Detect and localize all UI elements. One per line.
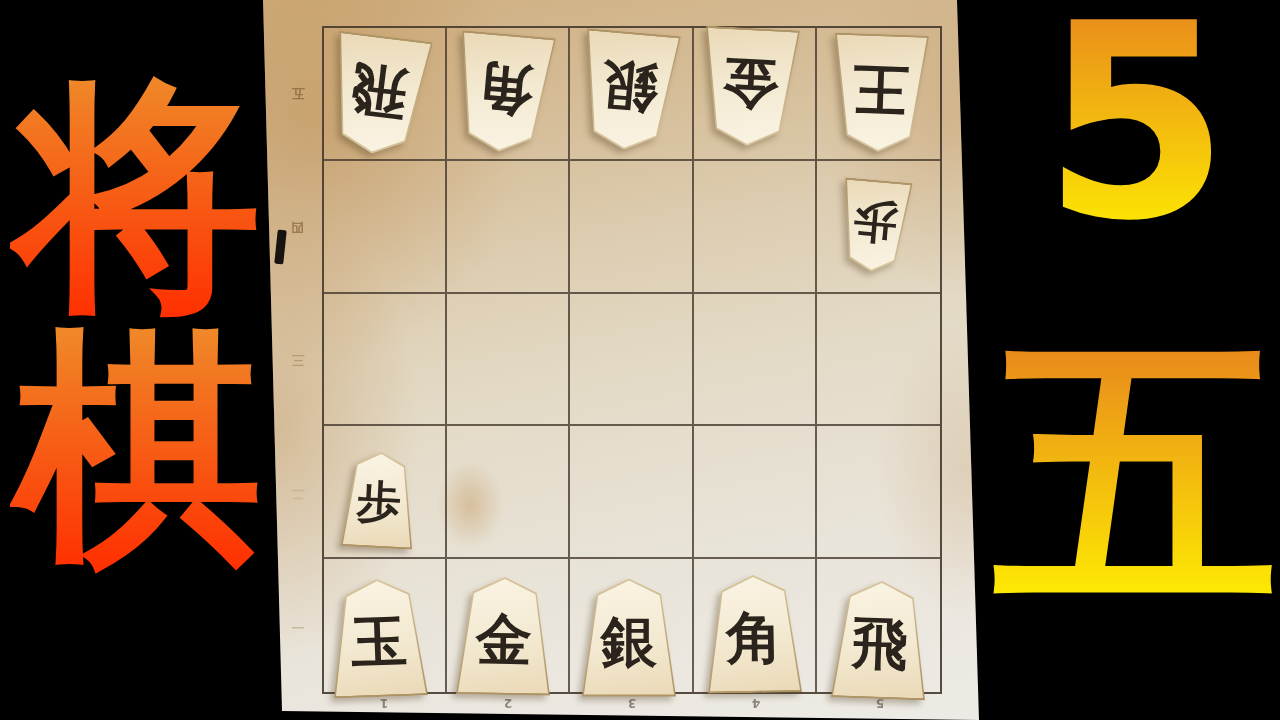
cell-r5c2: 金 (447, 559, 570, 692)
cell-r2c4 (694, 161, 817, 294)
video-frame: 五四三二一 飛角銀金王歩歩玉金銀角飛 12345 将 棋 5 五 (0, 0, 1280, 720)
rank-label: 一 (288, 560, 308, 694)
file-label: 4 (694, 692, 818, 714)
cell-r3c5 (817, 294, 940, 427)
piece-bishop-sente: 角 (703, 574, 805, 694)
piece-kanji: 王 (830, 61, 932, 120)
cell-r3c2 (447, 294, 570, 427)
title-shogi-char-2: 棋 (10, 322, 266, 574)
piece-gold-gote: 金 (697, 26, 803, 149)
cell-r5c3: 銀 (570, 559, 693, 692)
piece-pawn-sente: 歩 (338, 450, 419, 550)
cell-r4c5 (817, 426, 940, 559)
piece-kanji: 角 (452, 58, 557, 123)
cell-r2c2 (447, 161, 570, 294)
title-gogo: 5 五 (990, 0, 1280, 720)
cell-r5c5: 飛 (817, 559, 940, 692)
piece-rook-sente: 飛 (828, 579, 932, 700)
piece-silver-gote: 銀 (574, 28, 684, 154)
piece-silver-sente: 銀 (579, 579, 679, 697)
file-label: 2 (446, 692, 570, 714)
cell-r1c4: 金 (694, 28, 817, 161)
piece-kanji: 飛 (326, 59, 432, 127)
piece-king-sente: 玉 (327, 577, 431, 698)
cell-r4c4 (694, 426, 817, 559)
piece-kanji: 金 (699, 54, 802, 115)
rank-label: 二 (288, 427, 308, 561)
title-gogo-char-5: 5 (990, 0, 1280, 258)
cell-r2c1 (324, 161, 447, 294)
piece-rook-gote: 飛 (322, 31, 436, 160)
piece-king-gote: 王 (828, 33, 932, 154)
paper-edge-notch (274, 230, 287, 265)
cell-r1c2: 角 (447, 28, 570, 161)
cell-r3c3 (570, 294, 693, 427)
rank-label: 五 (288, 26, 308, 160)
shogi-board: 飛角銀金王歩歩玉金銀角飛 (322, 26, 942, 694)
title-shogi-char-1: 将 (10, 70, 266, 322)
piece-kanji: 玉 (328, 611, 430, 670)
rank-label: 四 (288, 160, 308, 294)
cell-r5c1: 玉 (324, 559, 447, 692)
cell-r1c1: 飛 (324, 28, 447, 161)
cell-r1c5: 王 (817, 28, 940, 161)
rank-labels: 五四三二一 (288, 26, 308, 694)
board-photo: 五四三二一 飛角銀金王歩歩玉金銀角飛 12345 (252, 0, 986, 720)
cell-r4c2 (447, 426, 570, 559)
cell-r5c4: 角 (694, 559, 817, 692)
cell-r3c1 (324, 294, 447, 427)
piece-pawn-gote: 歩 (836, 177, 916, 275)
piece-kanji: 金 (453, 610, 554, 668)
title-gogo-char-go: 五 (990, 332, 1280, 617)
cell-r2c5: 歩 (817, 161, 940, 294)
piece-kanji: 銀 (577, 56, 682, 121)
title-shogi: 将 棋 (10, 70, 266, 574)
rank-label: 三 (288, 293, 308, 427)
cell-r1c3: 銀 (570, 28, 693, 161)
piece-kanji: 歩 (838, 197, 914, 247)
piece-bishop-gote: 角 (449, 30, 559, 156)
cell-r4c1: 歩 (324, 426, 447, 559)
piece-kanji: 角 (704, 608, 805, 666)
cell-r4c3 (570, 426, 693, 559)
cell-r3c4 (694, 294, 817, 427)
piece-kanji: 歩 (339, 478, 417, 526)
piece-kanji: 飛 (829, 613, 931, 672)
piece-kanji: 銀 (579, 613, 679, 669)
cell-r2c3 (570, 161, 693, 294)
piece-gold-sente: 金 (453, 576, 555, 696)
